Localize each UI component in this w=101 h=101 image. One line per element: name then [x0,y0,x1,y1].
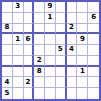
cell-r9c2[interactable] [13,88,24,99]
cell-r6c5[interactable] [45,56,56,67]
cell-r4c1[interactable] [2,34,13,45]
cell-r2c6[interactable] [56,13,67,24]
cell-r8c9[interactable] [88,77,99,88]
cell-r9c1: 5 [2,88,13,99]
cell-r5c9[interactable] [88,45,99,56]
cell-r1c6[interactable] [56,2,67,13]
cell-r6c7[interactable] [67,56,78,67]
cell-r6c8[interactable] [77,56,88,67]
cell-r1c5: 9 [45,2,56,13]
cell-r8c3: 2 [24,77,35,88]
cell-r3c9[interactable] [88,24,99,35]
cell-r1c7[interactable] [67,2,78,13]
cell-r9c3[interactable] [24,88,35,99]
cell-r7c5[interactable] [45,67,56,78]
cell-r6c1[interactable] [2,56,13,67]
cell-r4c5[interactable] [45,34,56,45]
cell-r6c4: 2 [34,56,45,67]
cell-r2c7[interactable] [67,13,78,24]
cell-r5c4[interactable] [34,45,45,56]
cell-r3c5[interactable] [45,24,56,35]
cell-r1c2: 3 [13,2,24,13]
cell-r1c4[interactable] [34,2,45,13]
cell-r7c2[interactable] [13,67,24,78]
cell-r7c7[interactable] [67,67,78,78]
cell-r5c3[interactable] [24,45,35,56]
cell-r8c1: 4 [2,77,13,88]
cell-r1c1[interactable] [2,2,13,13]
cell-r3c3[interactable] [24,24,35,35]
cell-r4c4[interactable] [34,34,45,45]
cell-r5c8[interactable] [77,45,88,56]
cell-r7c9[interactable] [88,67,99,78]
cell-r5c6: 5 [56,45,67,56]
cell-r7c1[interactable] [2,67,13,78]
cell-r4c7[interactable] [67,34,78,45]
cell-r3c2[interactable] [13,24,24,35]
cell-r7c3[interactable] [24,67,35,78]
cell-r9c7[interactable] [67,88,78,99]
cell-r6c6[interactable] [56,56,67,67]
cell-r5c2[interactable] [13,45,24,56]
cell-r3c7: 2 [67,24,78,35]
cell-r1c8[interactable] [77,2,88,13]
cell-r2c5: 1 [45,13,56,24]
cell-r3c8[interactable] [77,24,88,35]
cell-r9c4[interactable] [34,88,45,99]
cell-r4c9[interactable] [88,34,99,45]
cell-r4c2: 1 [13,34,24,45]
cell-r8c5[interactable] [45,77,56,88]
cell-r7c6[interactable] [56,67,67,78]
cell-r3c1: 8 [2,24,13,35]
cell-r2c9: 6 [88,13,99,24]
cell-r6c3[interactable] [24,56,35,67]
cell-r9c9[interactable] [88,88,99,99]
sudoku-board: 39168216954281425 [0,0,101,101]
cell-r1c9[interactable] [88,2,99,13]
cell-r2c4[interactable] [34,13,45,24]
cell-r9c8[interactable] [77,88,88,99]
cell-r5c7: 4 [67,45,78,56]
cell-r7c8: 1 [77,67,88,78]
cell-r4c3: 6 [24,34,35,45]
cell-r4c6[interactable] [56,34,67,45]
cell-r8c2[interactable] [13,77,24,88]
cell-r2c1[interactable] [2,13,13,24]
cell-r5c5[interactable] [45,45,56,56]
cell-r5c1[interactable] [2,45,13,56]
cell-r9c6[interactable] [56,88,67,99]
cell-r6c2[interactable] [13,56,24,67]
cell-r9c5[interactable] [45,88,56,99]
cell-r1c3[interactable] [24,2,35,13]
cell-r8c4[interactable] [34,77,45,88]
cell-r8c8[interactable] [77,77,88,88]
cell-r8c7[interactable] [67,77,78,88]
cell-r8c6[interactable] [56,77,67,88]
cell-r4c8: 9 [77,34,88,45]
cell-r6c9[interactable] [88,56,99,67]
cell-r3c6[interactable] [56,24,67,35]
cell-r7c4: 8 [34,67,45,78]
cell-r2c8[interactable] [77,13,88,24]
cell-r2c2[interactable] [13,13,24,24]
cell-r3c4[interactable] [34,24,45,35]
cell-r2c3[interactable] [24,13,35,24]
